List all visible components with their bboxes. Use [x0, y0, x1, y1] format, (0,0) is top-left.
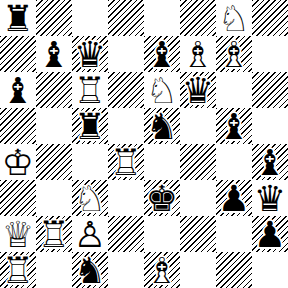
black-piece-glyph: ♞ [144, 108, 180, 144]
piece-white-bishop[interactable]: ♝♗ [144, 252, 180, 288]
piece-black-pawn[interactable]: ♟ [252, 216, 288, 252]
square-e1[interactable]: ♝♗ [144, 252, 180, 288]
square-b3[interactable] [36, 180, 72, 216]
square-a3[interactable] [0, 180, 36, 216]
square-g7[interactable]: ♝♗ [216, 36, 252, 72]
square-d4[interactable]: ♜♖ [108, 144, 144, 180]
square-e6[interactable]: ♞♘ [144, 72, 180, 108]
piece-white-pawn[interactable]: ♟♙ [72, 216, 108, 252]
black-piece-glyph: ♝ [36, 36, 72, 72]
black-piece-glyph: ♝ [144, 36, 180, 72]
square-g3[interactable]: ♟ [216, 180, 252, 216]
square-e8[interactable] [144, 0, 180, 36]
square-g1[interactable] [216, 252, 252, 288]
square-b5[interactable] [36, 108, 72, 144]
square-a1[interactable]: ♜♖ [0, 252, 36, 288]
piece-white-knight[interactable]: ♞♘ [72, 180, 108, 216]
black-piece-glyph: ♝ [252, 144, 288, 180]
black-piece-glyph: ♝ [216, 108, 252, 144]
square-a5[interactable] [0, 108, 36, 144]
white-piece-outline: ♗ [144, 252, 180, 288]
square-d1[interactable] [108, 252, 144, 288]
black-piece-glyph: ♝ [0, 72, 36, 108]
square-h5[interactable] [252, 108, 288, 144]
piece-black-bishop[interactable]: ♝ [144, 36, 180, 72]
black-piece-glyph: ♜ [72, 108, 108, 144]
square-h3[interactable]: ♛ [252, 180, 288, 216]
piece-black-rook[interactable]: ♜ [72, 108, 108, 144]
square-f6[interactable]: ♛ [180, 72, 216, 108]
piece-white-rook[interactable]: ♜♖ [36, 216, 72, 252]
piece-white-rook[interactable]: ♜♖ [72, 72, 108, 108]
square-b6[interactable] [36, 72, 72, 108]
white-piece-outline: ♖ [36, 216, 72, 252]
square-a8[interactable]: ♜ [0, 0, 36, 36]
piece-black-bishop[interactable]: ♝ [0, 72, 36, 108]
piece-white-bishop[interactable]: ♝♗ [180, 36, 216, 72]
square-c7[interactable]: ♛ [72, 36, 108, 72]
square-a7[interactable] [0, 36, 36, 72]
piece-black-pawn[interactable]: ♟ [216, 180, 252, 216]
square-e4[interactable] [144, 144, 180, 180]
black-piece-glyph: ♞ [72, 252, 108, 288]
square-c3[interactable]: ♞♘ [72, 180, 108, 216]
square-h1[interactable] [252, 252, 288, 288]
square-c5[interactable]: ♜ [72, 108, 108, 144]
square-d7[interactable] [108, 36, 144, 72]
white-piece-outline: ♖ [108, 144, 144, 180]
piece-white-rook[interactable]: ♜♖ [0, 252, 36, 288]
piece-white-knight[interactable]: ♞♘ [216, 0, 252, 36]
piece-black-queen[interactable]: ♛ [180, 72, 216, 108]
chess-diagram: ♜♞♘♝♛♝♝♗♝♗♝♜♖♞♘♛♜♞♝♚♔♜♖♝♞♘♚♟♛♛♕♜♖♟♙♟♜♖♞♝… [0, 0, 288, 288]
piece-black-bishop[interactable]: ♝ [216, 108, 252, 144]
black-piece-glyph: ♛ [252, 180, 288, 216]
square-g6[interactable] [216, 72, 252, 108]
square-b2[interactable]: ♜♖ [36, 216, 72, 252]
square-a6[interactable]: ♝ [0, 72, 36, 108]
square-c8[interactable] [72, 0, 108, 36]
white-piece-outline: ♘ [144, 72, 180, 108]
square-b4[interactable] [36, 144, 72, 180]
square-c1[interactable]: ♞ [72, 252, 108, 288]
square-d3[interactable] [108, 180, 144, 216]
square-c6[interactable]: ♜♖ [72, 72, 108, 108]
square-e5[interactable]: ♞ [144, 108, 180, 144]
square-f4[interactable] [180, 144, 216, 180]
piece-black-bishop[interactable]: ♝ [252, 144, 288, 180]
square-f3[interactable] [180, 180, 216, 216]
square-b8[interactable] [36, 0, 72, 36]
piece-white-bishop[interactable]: ♝♗ [216, 36, 252, 72]
square-h7[interactable] [252, 36, 288, 72]
square-g4[interactable] [216, 144, 252, 180]
white-piece-outline: ♙ [72, 216, 108, 252]
square-d2[interactable] [108, 216, 144, 252]
square-f8[interactable] [180, 0, 216, 36]
piece-white-queen[interactable]: ♛♕ [0, 216, 36, 252]
black-piece-glyph: ♛ [180, 72, 216, 108]
square-d8[interactable] [108, 0, 144, 36]
square-h8[interactable] [252, 0, 288, 36]
square-h6[interactable] [252, 72, 288, 108]
square-h4[interactable]: ♝ [252, 144, 288, 180]
black-piece-glyph: ♟ [216, 180, 252, 216]
white-piece-outline: ♖ [0, 252, 36, 288]
chess-board: ♜♞♘♝♛♝♝♗♝♗♝♜♖♞♘♛♜♞♝♚♔♜♖♝♞♘♚♟♛♛♕♜♖♟♙♟♜♖♞♝… [0, 0, 288, 288]
square-b7[interactable]: ♝ [36, 36, 72, 72]
square-g5[interactable]: ♝ [216, 108, 252, 144]
white-piece-outline: ♕ [0, 216, 36, 252]
square-c2[interactable]: ♟♙ [72, 216, 108, 252]
white-piece-outline: ♔ [0, 144, 36, 180]
white-piece-outline: ♗ [216, 36, 252, 72]
piece-black-queen[interactable]: ♛ [72, 36, 108, 72]
square-e2[interactable] [144, 216, 180, 252]
square-a2[interactable]: ♛♕ [0, 216, 36, 252]
white-piece-outline: ♘ [216, 0, 252, 36]
piece-black-queen[interactable]: ♛ [252, 180, 288, 216]
square-e3[interactable]: ♚ [144, 180, 180, 216]
piece-black-knight[interactable]: ♞ [72, 252, 108, 288]
piece-black-bishop[interactable]: ♝ [36, 36, 72, 72]
piece-white-rook[interactable]: ♜♖ [108, 144, 144, 180]
black-piece-glyph: ♚ [144, 180, 180, 216]
white-piece-outline: ♖ [72, 72, 108, 108]
square-c4[interactable] [72, 144, 108, 180]
square-f2[interactable] [180, 216, 216, 252]
piece-black-rook[interactable]: ♜ [0, 0, 36, 36]
square-f7[interactable]: ♝♗ [180, 36, 216, 72]
black-piece-glyph: ♟ [252, 216, 288, 252]
square-f5[interactable] [180, 108, 216, 144]
square-a4[interactable]: ♚♔ [0, 144, 36, 180]
white-piece-outline: ♘ [72, 180, 108, 216]
square-b1[interactable] [36, 252, 72, 288]
white-piece-outline: ♗ [180, 36, 216, 72]
square-f1[interactable] [180, 252, 216, 288]
square-e7[interactable]: ♝ [144, 36, 180, 72]
square-g2[interactable] [216, 216, 252, 252]
piece-white-knight[interactable]: ♞♘ [144, 72, 180, 108]
square-h2[interactable]: ♟ [252, 216, 288, 252]
piece-black-king[interactable]: ♚ [144, 180, 180, 216]
piece-white-king[interactable]: ♚♔ [0, 144, 36, 180]
square-d6[interactable] [108, 72, 144, 108]
square-d5[interactable] [108, 108, 144, 144]
piece-black-knight[interactable]: ♞ [144, 108, 180, 144]
square-g8[interactable]: ♞♘ [216, 0, 252, 36]
black-piece-glyph: ♛ [72, 36, 108, 72]
black-piece-glyph: ♜ [0, 0, 36, 36]
